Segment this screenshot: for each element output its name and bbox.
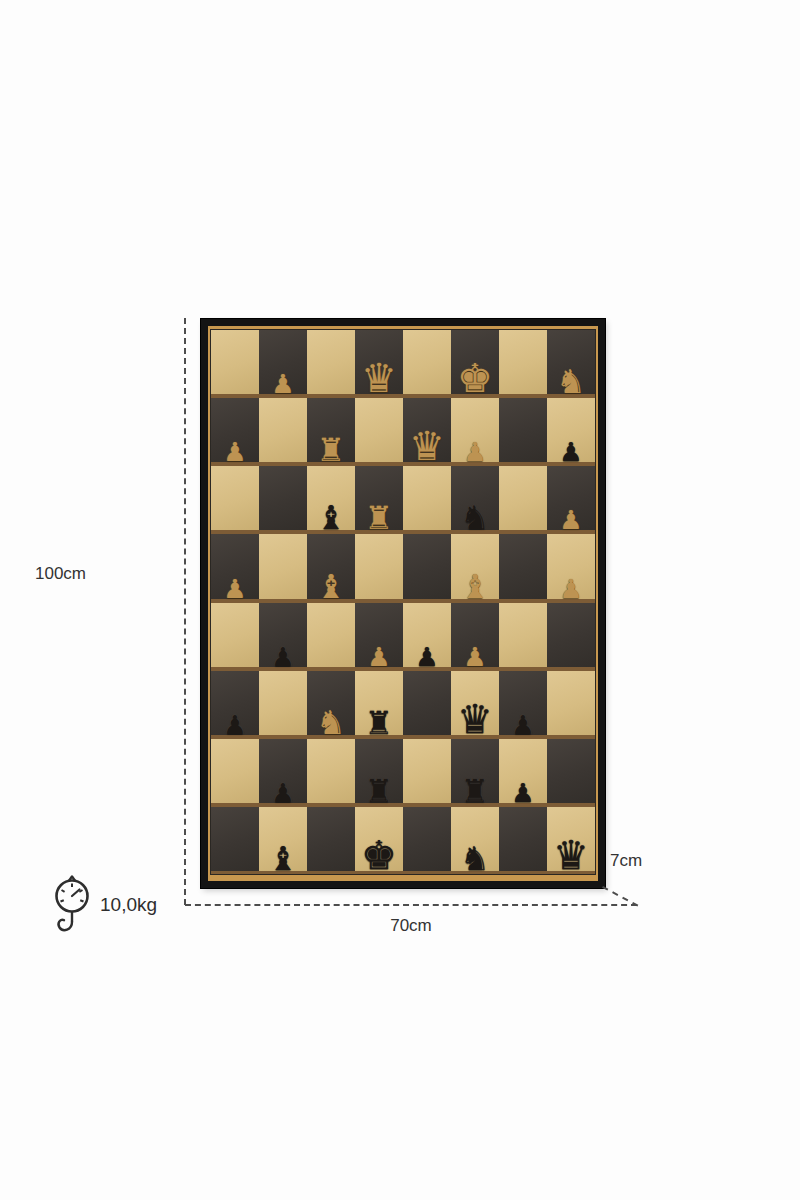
square-a4 (211, 603, 259, 667)
square-c7: ♜ (307, 398, 355, 462)
square-h5: ♟ (547, 534, 595, 598)
piece-gold-p-b8: ♟ (271, 371, 294, 397)
piece-black-b-b1: ♝ (268, 842, 298, 875)
square-e2 (403, 739, 451, 803)
square-g7 (499, 398, 547, 462)
piece-black-r-d3: ♜ (365, 707, 394, 739)
square-c1 (307, 807, 355, 871)
square-f5: ♝ (451, 534, 499, 598)
square-a7: ♟ (211, 398, 259, 462)
square-f8: ♚ (451, 330, 499, 394)
square-g5 (499, 534, 547, 598)
square-c8 (307, 330, 355, 394)
board-row-rank-3: ♟♞♜♛♟ (211, 671, 595, 739)
square-h2 (547, 739, 595, 803)
square-a3: ♟ (211, 671, 259, 735)
square-e7: ♛ (403, 398, 451, 462)
board-row-rank-7: ♟♜♛♟♟ (211, 398, 595, 466)
piece-gold-p-f7: ♟ (463, 439, 486, 465)
square-b2: ♟ (259, 739, 307, 803)
piece-black-p-b4: ♟ (271, 644, 294, 670)
piece-black-q-h1: ♛ (553, 835, 589, 875)
square-a1 (211, 807, 259, 871)
piece-black-n-f1: ♞ (460, 842, 490, 875)
square-e1 (403, 807, 451, 871)
gold-frame-trim: ♟♛♚♞♟♜♛♟♟♝♜♞♟♟♝♝♟♟♟♟♟♟♞♜♛♟♟♜♜♟♝♚♞♛ (208, 326, 598, 881)
piece-black-p-g2: ♟ (511, 780, 534, 806)
square-g8 (499, 330, 547, 394)
square-c2 (307, 739, 355, 803)
width-dimension-line (185, 904, 637, 906)
square-b6 (259, 466, 307, 530)
board-row-rank-1: ♝♚♞♛ (211, 807, 595, 874)
board-row-rank-4: ♟♟♟♟ (211, 603, 595, 671)
square-a5: ♟ (211, 534, 259, 598)
square-f3: ♛ (451, 671, 499, 735)
square-c4 (307, 603, 355, 667)
piece-black-r-f2: ♜ (461, 775, 490, 807)
square-f2: ♜ (451, 739, 499, 803)
piece-black-p-a3: ♟ (223, 712, 246, 738)
square-h4 (547, 603, 595, 667)
square-f4: ♟ (451, 603, 499, 667)
square-g2: ♟ (499, 739, 547, 803)
square-e5 (403, 534, 451, 598)
depth-dimension-label: 7cm (610, 851, 642, 871)
piece-black-n-f6: ♞ (460, 501, 490, 534)
square-g6 (499, 466, 547, 530)
square-e6 (403, 466, 451, 530)
square-f7: ♟ (451, 398, 499, 462)
square-g1 (499, 807, 547, 871)
square-a2 (211, 739, 259, 803)
square-b8: ♟ (259, 330, 307, 394)
square-a6 (211, 466, 259, 530)
piece-black-q-f3: ♛ (457, 699, 493, 739)
height-dimension-line (184, 318, 186, 905)
square-h1: ♛ (547, 807, 595, 871)
square-d2: ♜ (355, 739, 403, 803)
piece-gold-k-f8: ♚ (457, 358, 493, 398)
square-d8: ♛ (355, 330, 403, 394)
piece-gold-p-a7: ♟ (223, 439, 246, 465)
square-a8 (211, 330, 259, 394)
piece-gold-b-c5: ♝ (316, 570, 346, 603)
piece-gold-q-e7: ♛ (409, 426, 445, 466)
square-g4 (499, 603, 547, 667)
square-c3: ♞ (307, 671, 355, 735)
square-b3 (259, 671, 307, 735)
board-row-rank-5: ♟♝♝♟ (211, 534, 595, 602)
chess-board: ♟♛♚♞♟♜♛♟♟♝♜♞♟♟♝♝♟♟♟♟♟♟♞♜♛♟♟♜♜♟♝♚♞♛ (211, 330, 595, 874)
square-d6: ♜ (355, 466, 403, 530)
square-d7 (355, 398, 403, 462)
square-g3: ♟ (499, 671, 547, 735)
square-d1: ♚ (355, 807, 403, 871)
board-row-rank-8: ♟♛♚♞ (211, 330, 595, 398)
piece-gold-b-f5: ♝ (460, 570, 490, 603)
height-dimension-label: 100cm (30, 564, 86, 584)
square-d3: ♜ (355, 671, 403, 735)
width-dimension-label: 70cm (185, 916, 637, 936)
piece-gold-p-f4: ♟ (463, 644, 486, 670)
piece-gold-n-c3: ♞ (316, 706, 346, 739)
piece-black-b-c6: ♝ (316, 501, 346, 534)
piece-black-k-d1: ♚ (361, 835, 397, 875)
square-h8: ♞ (547, 330, 595, 394)
square-h3 (547, 671, 595, 735)
piece-black-p-h7: ♟ (559, 439, 582, 465)
square-b7 (259, 398, 307, 462)
piece-gold-r-c7: ♜ (317, 434, 346, 466)
square-d4: ♟ (355, 603, 403, 667)
square-d5 (355, 534, 403, 598)
square-h7: ♟ (547, 398, 595, 462)
square-b4: ♟ (259, 603, 307, 667)
square-b5 (259, 534, 307, 598)
piece-gold-r-d6: ♜ (365, 502, 394, 534)
square-f1: ♞ (451, 807, 499, 871)
product-canvas: ♟♛♚♞♟♜♛♟♟♝♜♞♟♟♝♝♟♟♟♟♟♟♞♜♛♟♟♜♜♟♝♚♞♛ 100cm… (0, 0, 800, 1200)
hanging-scale-icon (50, 874, 96, 944)
piece-black-p-b2: ♟ (271, 780, 294, 806)
picture-frame: ♟♛♚♞♟♜♛♟♟♝♜♞♟♟♝♝♟♟♟♟♟♟♞♜♛♟♟♜♜♟♝♚♞♛ (201, 319, 605, 888)
piece-gold-p-h5: ♟ (559, 576, 582, 602)
square-b1: ♝ (259, 807, 307, 871)
piece-black-r-d2: ♜ (365, 775, 394, 807)
piece-gold-p-a5: ♟ (223, 576, 246, 602)
square-h6: ♟ (547, 466, 595, 530)
piece-gold-p-d4: ♟ (367, 644, 390, 670)
square-e3 (403, 671, 451, 735)
piece-gold-q-d8: ♛ (361, 358, 397, 398)
square-e8 (403, 330, 451, 394)
square-c6: ♝ (307, 466, 355, 530)
board-row-rank-6: ♝♜♞♟ (211, 466, 595, 534)
piece-black-p-e4: ♟ (415, 644, 438, 670)
weight-label: 10,0kg (100, 894, 157, 916)
piece-gold-n-h8: ♞ (556, 365, 586, 398)
piece-black-p-g3: ♟ (511, 712, 534, 738)
square-f6: ♞ (451, 466, 499, 530)
square-e4: ♟ (403, 603, 451, 667)
board-row-rank-2: ♟♜♜♟ (211, 739, 595, 807)
square-c5: ♝ (307, 534, 355, 598)
piece-gold-p-h6: ♟ (559, 507, 582, 533)
